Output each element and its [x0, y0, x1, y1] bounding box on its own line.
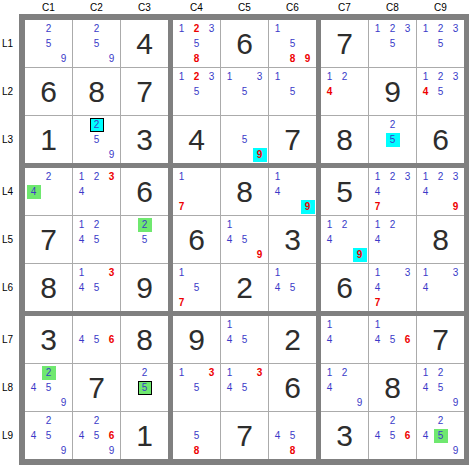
cell-L9C1[interactable]: 2459 [25, 412, 72, 459]
candidate-9[interactable]: 9 [105, 444, 119, 458]
cell-L1C9[interactable]: 1235 [417, 20, 464, 67]
candidate-slot: 3 [448, 21, 463, 36]
cell-L7C6[interactable]: 2 [269, 316, 316, 363]
cell-L5C5[interactable]: 1459 [221, 216, 268, 263]
candidate-2[interactable]: 2 [386, 22, 400, 36]
candidate-4[interactable]: 4 [75, 281, 89, 295]
candidate-9-elimination-cyan[interactable]: 9 [253, 148, 267, 162]
cell-L1C2[interactable]: 259 [73, 20, 120, 67]
candidate-1[interactable]: 1 [323, 318, 337, 332]
cell-L9C7[interactable]: 3 [321, 412, 368, 459]
candidate-slot [400, 147, 415, 162]
candidate-1[interactable]: 1 [371, 218, 385, 232]
candidate-5[interactable]: 5 [42, 37, 56, 51]
cell-L9C5[interactable]: 7 [221, 412, 268, 459]
candidate-9-elimination[interactable]: 9 [449, 200, 463, 214]
cell-L3C5[interactable]: 59 [221, 116, 268, 163]
cell-L6C1[interactable]: 8 [25, 264, 72, 311]
candidate-4[interactable]: 4 [419, 281, 433, 295]
cell-L3C9[interactable]: 6 [417, 116, 464, 163]
candidate-3-elimination[interactable]: 3 [105, 266, 119, 280]
candidate-5[interactable]: 5 [138, 233, 152, 247]
column-header-C1: C1 [25, 0, 72, 14]
candidate-slot: 2 [385, 21, 400, 36]
cell-L4C9[interactable]: 12349 [417, 168, 464, 215]
candidate-slot: 2 [433, 169, 448, 184]
candidate-2[interactable]: 2 [90, 170, 104, 184]
candidate-slot: 2 [385, 217, 400, 232]
candidate-5[interactable]: 5 [90, 233, 104, 247]
candidate-1[interactable]: 1 [419, 22, 433, 36]
candidate-slot: 2 [89, 413, 104, 428]
candidate-2[interactable]: 2 [138, 366, 152, 380]
candidate-slot: 4 [74, 332, 89, 347]
candidate-5[interactable]: 5 [286, 429, 300, 443]
cell-L7C4[interactable]: 9 [173, 316, 220, 363]
candidate-2[interactable]: 2 [386, 118, 400, 132]
candidate-slot: 2 [41, 169, 56, 184]
candidate-9[interactable]: 9 [105, 52, 119, 66]
candidate-grid: 1249 [321, 364, 368, 411]
candidate-1[interactable]: 1 [175, 170, 189, 184]
cell-L4C5[interactable]: 8 [221, 168, 268, 215]
cell-L9C4[interactable]: 58 [173, 412, 220, 459]
candidate-9[interactable]: 9 [449, 396, 463, 410]
candidate-4[interactable]: 4 [419, 429, 433, 443]
candidate-6-elimination[interactable]: 6 [105, 429, 119, 443]
candidate-5[interactable]: 5 [386, 333, 400, 347]
candidate-2[interactable]: 2 [90, 22, 104, 36]
candidate-1[interactable]: 1 [75, 170, 89, 184]
box-9: 14145671249812459324562459 [321, 316, 464, 459]
candidate-9-elimination-cyan[interactable]: 9 [301, 200, 315, 214]
cell-L5C7[interactable]: 1249 [321, 216, 368, 263]
candidate-2[interactable]: 2 [434, 366, 448, 380]
cell-L1C3[interactable]: 4 [121, 20, 168, 67]
candidate-5-green[interactable]: 5 [138, 381, 152, 395]
candidate-1[interactable]: 1 [323, 70, 337, 84]
cell-L6C4[interactable]: 157 [173, 264, 220, 311]
box-7: 3456824597252459245691 [25, 316, 168, 459]
cell-L4C8[interactable]: 12347 [369, 168, 416, 215]
cell-L6C7[interactable]: 6 [321, 264, 368, 311]
candidate-5-cyan[interactable]: 5 [386, 133, 400, 147]
candidate-3[interactable]: 3 [449, 70, 463, 84]
candidate-3-elimination[interactable]: 3 [253, 366, 267, 380]
candidate-slot: 4 [418, 84, 433, 99]
candidate-1[interactable]: 1 [175, 366, 189, 380]
candidate-1[interactable]: 1 [223, 366, 237, 380]
candidate-3[interactable]: 3 [253, 70, 267, 84]
cell-L2C9[interactable]: 12345 [417, 68, 464, 115]
cell-L9C3[interactable]: 1 [121, 412, 168, 459]
candidate-8-elimination[interactable]: 8 [190, 444, 204, 458]
candidate-4[interactable]: 4 [323, 381, 337, 395]
candidate-1[interactable]: 1 [419, 170, 433, 184]
candidate-1[interactable]: 1 [271, 70, 285, 84]
cell-L8C3[interactable]: 25 [121, 364, 168, 411]
candidate-2[interactable]: 2 [434, 70, 448, 84]
candidate-7-elimination[interactable]: 7 [175, 296, 189, 310]
candidate-5[interactable]: 5 [90, 37, 104, 51]
candidate-3-elimination[interactable]: 3 [105, 170, 119, 184]
cell-L6C6[interactable]: 145 [269, 264, 316, 311]
cell-L4C7[interactable]: 5 [321, 168, 368, 215]
cell-L4C6[interactable]: 149 [269, 168, 316, 215]
candidate-4[interactable]: 4 [323, 233, 337, 247]
cell-L5C4[interactable]: 6 [173, 216, 220, 263]
candidate-slot [400, 232, 415, 247]
cell-L7C7[interactable]: 14 [321, 316, 368, 363]
candidate-slot [152, 395, 167, 410]
candidate-4[interactable]: 4 [75, 185, 89, 199]
candidate-slot [352, 347, 367, 362]
candidate-5[interactable]: 5 [90, 133, 104, 147]
cell-L2C4[interactable]: 1235 [173, 68, 220, 115]
candidate-5[interactable]: 5 [238, 85, 252, 99]
candidate-2[interactable]: 2 [90, 218, 104, 232]
candidate-3[interactable]: 3 [401, 22, 415, 36]
candidate-slot: 1 [322, 317, 337, 332]
candidate-5[interactable]: 5 [386, 37, 400, 51]
candidate-9[interactable]: 9 [449, 444, 463, 458]
candidate-5-green[interactable]: 5 [434, 429, 448, 443]
cell-L7C8[interactable]: 1456 [369, 316, 416, 363]
candidate-slot [89, 147, 104, 162]
candidate-grid: 2456 [369, 412, 416, 459]
column-header-C4: C4 [173, 0, 220, 14]
candidate-9-elimination[interactable]: 9 [253, 248, 267, 262]
candidate-9[interactable]: 9 [57, 52, 71, 66]
cell-L4C3[interactable]: 6 [121, 168, 168, 215]
candidate-5[interactable]: 5 [238, 333, 252, 347]
candidate-slot: 9 [300, 51, 315, 66]
candidate-slot [56, 380, 71, 395]
candidate-2-cyan[interactable]: 2 [90, 118, 104, 132]
candidate-9[interactable]: 9 [57, 444, 71, 458]
candidate-2[interactable]: 2 [42, 22, 56, 36]
candidate-5[interactable]: 5 [434, 85, 448, 99]
candidate-5[interactable]: 5 [90, 429, 104, 443]
candidate-2[interactable]: 2 [434, 22, 448, 36]
candidate-grid: 1234 [73, 168, 120, 215]
candidate-1[interactable]: 1 [175, 22, 189, 36]
cell-L8C1[interactable]: 2459 [25, 364, 72, 411]
cell-L3C3[interactable]: 3 [121, 116, 168, 163]
cell-L1C5[interactable]: 6 [221, 20, 268, 67]
candidate-4-elimination[interactable]: 4 [419, 85, 433, 99]
candidate-3[interactable]: 3 [401, 170, 415, 184]
candidate-4[interactable]: 4 [75, 333, 89, 347]
candidate-5[interactable]: 5 [434, 37, 448, 51]
candidate-4[interactable]: 4 [223, 381, 237, 395]
candidate-4[interactable]: 4 [271, 185, 285, 199]
cell-L2C6[interactable]: 15 [269, 68, 316, 115]
candidate-1[interactable]: 1 [419, 266, 433, 280]
candidate-slot: 5 [189, 280, 204, 295]
candidate-3-elimination[interactable]: 3 [205, 366, 219, 380]
candidate-2-green[interactable]: 2 [138, 218, 152, 232]
cell-L6C5[interactable]: 2 [221, 264, 268, 311]
candidate-1[interactable]: 1 [419, 70, 433, 84]
candidate-4-green[interactable]: 4 [27, 185, 41, 199]
candidate-8-elimination[interactable]: 8 [286, 52, 300, 66]
candidate-slot [252, 99, 267, 114]
candidate-slot [385, 199, 400, 214]
cell-L7C1[interactable]: 3 [25, 316, 72, 363]
candidate-2[interactable]: 2 [42, 170, 56, 184]
candidate-4[interactable]: 4 [419, 185, 433, 199]
candidate-1[interactable]: 1 [371, 22, 385, 36]
candidate-5[interactable]: 5 [42, 381, 56, 395]
sudoku-board: 2592594687125931235861589123513515459771… [19, 14, 469, 465]
cell-L4C1[interactable]: 24 [25, 168, 72, 215]
row-header-L4: L4 [0, 168, 19, 215]
candidate-slot: 5 [385, 428, 400, 443]
cell-L5C2[interactable]: 1245 [73, 216, 120, 263]
cell-L3C6[interactable]: 7 [269, 116, 316, 163]
candidate-1[interactable]: 1 [175, 266, 189, 280]
candidate-slot [433, 51, 448, 66]
cell-L3C1[interactable]: 1 [25, 116, 72, 163]
cell-L8C5[interactable]: 1345 [221, 364, 268, 411]
candidate-1[interactable]: 1 [75, 266, 89, 280]
cell-L3C2[interactable]: 259 [73, 116, 120, 163]
candidate-5[interactable]: 5 [286, 281, 300, 295]
candidate-5[interactable]: 5 [238, 381, 252, 395]
cell-L9C2[interactable]: 24569 [73, 412, 120, 459]
candidate-5[interactable]: 5 [434, 381, 448, 395]
cell-L1C1[interactable]: 259 [25, 20, 72, 67]
candidate-grid: 12345 [417, 68, 464, 115]
candidate-9-elimination[interactable]: 9 [301, 52, 315, 66]
candidate-9-elimination-cyan[interactable]: 9 [353, 248, 367, 262]
candidate-1[interactable]: 1 [419, 366, 433, 380]
cell-L2C5[interactable]: 135 [221, 68, 268, 115]
cell-L6C3[interactable]: 9 [121, 264, 168, 311]
candidate-4[interactable]: 4 [75, 233, 89, 247]
candidate-slot [285, 169, 300, 184]
cell-L6C8[interactable]: 1347 [369, 264, 416, 311]
candidate-1[interactable]: 1 [271, 170, 285, 184]
candidate-3[interactable]: 3 [401, 266, 415, 280]
candidate-slot: 4 [322, 380, 337, 395]
cell-L8C4[interactable]: 135 [173, 364, 220, 411]
cell-L3C7[interactable]: 8 [321, 116, 368, 163]
candidate-slot [418, 443, 433, 458]
candidate-1[interactable]: 1 [75, 218, 89, 232]
candidate-slot: 2 [337, 217, 352, 232]
candidate-1[interactable]: 1 [271, 266, 285, 280]
candidate-2[interactable]: 2 [42, 414, 56, 428]
candidate-7-elimination[interactable]: 7 [371, 200, 385, 214]
candidate-grid: 145 [269, 264, 316, 311]
candidate-2[interactable]: 2 [434, 170, 448, 184]
candidate-2-elimination[interactable]: 2 [190, 70, 204, 84]
candidate-slot [104, 247, 119, 262]
candidate-3[interactable]: 3 [449, 22, 463, 36]
candidate-2[interactable]: 2 [386, 170, 400, 184]
candidate-5[interactable]: 5 [190, 281, 204, 295]
candidate-8-elimination[interactable]: 8 [190, 52, 204, 66]
candidate-3[interactable]: 3 [205, 22, 219, 36]
row-header-L7: L7 [0, 316, 19, 363]
candidate-slot: 2 [433, 413, 448, 428]
candidate-5[interactable]: 5 [190, 429, 204, 443]
candidate-5[interactable]: 5 [190, 85, 204, 99]
candidate-2[interactable]: 2 [386, 414, 400, 428]
cell-L2C7[interactable]: 124 [321, 68, 368, 115]
cell-L5C9[interactable]: 8 [417, 216, 464, 263]
candidate-7-elimination[interactable]: 7 [175, 200, 189, 214]
candidate-2[interactable]: 2 [338, 218, 352, 232]
cell-L4C2[interactable]: 1234 [73, 168, 120, 215]
candidate-1[interactable]: 1 [371, 266, 385, 280]
candidate-slot: 2 [137, 365, 152, 380]
candidate-9[interactable]: 9 [353, 396, 367, 410]
candidate-2-green[interactable]: 2 [42, 366, 56, 380]
candidate-2[interactable]: 2 [338, 70, 352, 84]
candidate-3[interactable]: 3 [449, 266, 463, 280]
candidate-2-elimination[interactable]: 2 [190, 22, 204, 36]
candidate-5[interactable]: 5 [190, 381, 204, 395]
candidate-4[interactable]: 4 [419, 381, 433, 395]
candidate-1[interactable]: 1 [371, 318, 385, 332]
candidate-1[interactable]: 1 [223, 70, 237, 84]
cell-L2C8[interactable]: 9 [369, 68, 416, 115]
cell-L2C1[interactable]: 6 [25, 68, 72, 115]
cell-L8C8[interactable]: 8 [369, 364, 416, 411]
candidate-slot [252, 332, 267, 347]
candidate-slot [122, 365, 137, 380]
candidate-slot: 4 [270, 428, 285, 443]
cell-L1C4[interactable]: 12358 [173, 20, 220, 67]
candidate-6-elimination[interactable]: 6 [105, 333, 119, 347]
candidate-7-elimination[interactable]: 7 [371, 296, 385, 310]
cell-L6C2[interactable]: 1345 [73, 264, 120, 311]
candidate-slot [189, 184, 204, 199]
candidate-grid: 1245 [73, 216, 120, 263]
candidate-slot [448, 36, 463, 51]
candidate-3[interactable]: 3 [205, 70, 219, 84]
candidate-5[interactable]: 5 [90, 281, 104, 295]
cell-L1C7[interactable]: 7 [321, 20, 368, 67]
candidate-1[interactable]: 1 [271, 22, 285, 36]
candidate-4[interactable]: 4 [371, 233, 385, 247]
candidate-slot: 2 [137, 217, 152, 232]
cell-L9C8[interactable]: 2456 [369, 412, 416, 459]
candidate-5[interactable]: 5 [238, 233, 252, 247]
candidate-slot [400, 280, 415, 295]
candidate-slot [433, 280, 448, 295]
candidate-5[interactable]: 5 [90, 333, 104, 347]
cell-L5C8[interactable]: 124 [369, 216, 416, 263]
candidate-4[interactable]: 4 [271, 281, 285, 295]
cell-L8C6[interactable]: 6 [269, 364, 316, 411]
cell-L3C8[interactable]: 25 [369, 116, 416, 163]
cell-L7C5[interactable]: 145 [221, 316, 268, 363]
candidate-slot [237, 69, 252, 84]
candidate-9[interactable]: 9 [105, 148, 119, 162]
cell-L6C9[interactable]: 134 [417, 264, 464, 311]
candidate-slot [74, 132, 89, 147]
candidate-4[interactable]: 4 [271, 429, 285, 443]
candidate-8-elimination[interactable]: 8 [286, 444, 300, 458]
candidate-slot [237, 347, 252, 362]
candidate-2[interactable]: 2 [386, 218, 400, 232]
cell-L8C7[interactable]: 1249 [321, 364, 368, 411]
cell-L1C6[interactable]: 1589 [269, 20, 316, 67]
candidate-1[interactable]: 1 [223, 218, 237, 232]
candidate-5[interactable]: 5 [238, 133, 252, 147]
candidate-5[interactable]: 5 [286, 37, 300, 51]
candidate-slot: 5 [137, 232, 152, 247]
candidate-4[interactable]: 4 [371, 281, 385, 295]
candidate-4[interactable]: 4 [371, 429, 385, 443]
candidate-slot [222, 117, 237, 132]
candidate-4[interactable]: 4 [371, 333, 385, 347]
candidate-3[interactable]: 3 [449, 170, 463, 184]
candidate-slot: 8 [285, 443, 300, 458]
cell-L8C2[interactable]: 7 [73, 364, 120, 411]
candidate-6-elimination[interactable]: 6 [401, 429, 415, 443]
cell-L2C2[interactable]: 8 [73, 68, 120, 115]
candidate-slot: 5 [433, 428, 448, 443]
candidate-2[interactable]: 2 [338, 366, 352, 380]
candidate-4[interactable]: 4 [75, 429, 89, 443]
candidate-5[interactable]: 5 [386, 429, 400, 443]
candidate-1[interactable]: 1 [371, 170, 385, 184]
candidate-1[interactable]: 1 [323, 366, 337, 380]
cell-L5C3[interactable]: 25 [121, 216, 168, 263]
cell-L2C3[interactable]: 7 [121, 68, 168, 115]
candidate-2[interactable]: 2 [90, 414, 104, 428]
candidate-1[interactable]: 1 [175, 70, 189, 84]
cell-L7C3[interactable]: 8 [121, 316, 168, 363]
cell-L3C4[interactable]: 4 [173, 116, 220, 163]
candidate-slot [400, 51, 415, 66]
candidate-slot: 5 [285, 280, 300, 295]
candidate-5[interactable]: 5 [190, 37, 204, 51]
candidate-4[interactable]: 4 [223, 333, 237, 347]
big-digit: 2 [221, 264, 268, 311]
candidate-4[interactable]: 4 [27, 381, 41, 395]
cell-L7C2[interactable]: 456 [73, 316, 120, 363]
cell-L7C9[interactable]: 7 [417, 316, 464, 363]
candidate-4[interactable]: 4 [223, 233, 237, 247]
candidate-4[interactable]: 4 [323, 333, 337, 347]
cell-L5C1[interactable]: 7 [25, 216, 72, 263]
cell-L9C9[interactable]: 2459 [417, 412, 464, 459]
candidate-5[interactable]: 5 [286, 85, 300, 99]
candidate-4[interactable]: 4 [371, 185, 385, 199]
cell-L1C8[interactable]: 1235 [369, 20, 416, 67]
candidate-1[interactable]: 1 [323, 218, 337, 232]
candidate-slot [352, 99, 367, 114]
cell-L9C6[interactable]: 458 [269, 412, 316, 459]
candidate-5[interactable]: 5 [42, 429, 56, 443]
candidate-4[interactable]: 4 [27, 429, 41, 443]
candidate-slot: 2 [89, 169, 104, 184]
candidate-4-elimination[interactable]: 4 [323, 85, 337, 99]
cell-L8C9[interactable]: 12459 [417, 364, 464, 411]
candidate-1[interactable]: 1 [223, 318, 237, 332]
cell-L5C6[interactable]: 3 [269, 216, 316, 263]
candidate-9[interactable]: 9 [57, 396, 71, 410]
cell-L4C4[interactable]: 17 [173, 168, 220, 215]
candidate-6-elimination[interactable]: 6 [401, 333, 415, 347]
candidate-2[interactable]: 2 [434, 414, 448, 428]
